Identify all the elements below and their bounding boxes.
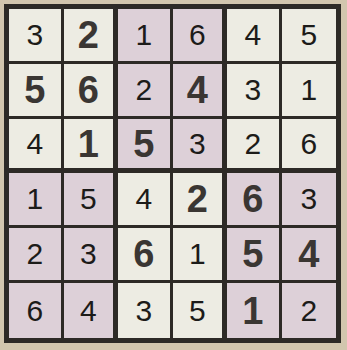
digit: 5 <box>133 125 154 163</box>
digit: 2 <box>187 180 208 218</box>
digit: 2 <box>135 75 152 105</box>
digit: 1 <box>26 184 43 214</box>
digit: 5 <box>242 235 263 273</box>
cell-r1c5[interactable]: 4 <box>227 9 282 64</box>
cell-r1c3[interactable]: 1 <box>118 9 173 64</box>
sudoku-board: 321645562431415326154263236154643512 <box>4 4 341 343</box>
cell-r4c2[interactable]: 5 <box>64 173 119 228</box>
cell-r6c1[interactable]: 6 <box>9 283 64 338</box>
digit: 2 <box>78 16 99 54</box>
cell-r6c6[interactable]: 2 <box>282 283 337 338</box>
digit: 2 <box>26 239 43 269</box>
cell-r6c4[interactable]: 5 <box>173 283 228 338</box>
digit: 4 <box>26 129 43 159</box>
digit: 1 <box>135 20 152 50</box>
digit: 4 <box>135 184 152 214</box>
cell-r3c1[interactable]: 4 <box>9 119 64 174</box>
digit: 6 <box>133 235 154 273</box>
cell-r3c4[interactable]: 3 <box>173 119 228 174</box>
cell-r4c6[interactable]: 3 <box>282 173 337 228</box>
cell-r1c2[interactable]: 2 <box>64 9 119 64</box>
page-background: 321645562431415326154263236154643512 <box>0 0 347 350</box>
digit: 6 <box>78 71 99 109</box>
digit: 5 <box>24 71 45 109</box>
digit: 6 <box>26 296 43 326</box>
cell-r2c4[interactable]: 4 <box>173 64 228 119</box>
digit: 3 <box>80 239 97 269</box>
cell-r2c1[interactable]: 5 <box>9 64 64 119</box>
cell-r4c1[interactable]: 1 <box>9 173 64 228</box>
digit: 3 <box>300 184 317 214</box>
cell-r6c2[interactable]: 4 <box>64 283 119 338</box>
cell-r1c6[interactable]: 5 <box>282 9 337 64</box>
cell-r4c3[interactable]: 4 <box>118 173 173 228</box>
cell-r2c2[interactable]: 6 <box>64 64 119 119</box>
cell-r1c1[interactable]: 3 <box>9 9 64 64</box>
cell-r3c3[interactable]: 5 <box>118 119 173 174</box>
cell-r4c5[interactable]: 6 <box>227 173 282 228</box>
cell-r2c3[interactable]: 2 <box>118 64 173 119</box>
digit: 3 <box>26 20 43 50</box>
cell-r2c5[interactable]: 3 <box>227 64 282 119</box>
digit: 4 <box>244 20 261 50</box>
digit: 2 <box>300 296 317 326</box>
digit: 3 <box>244 75 261 105</box>
cell-r2c6[interactable]: 1 <box>282 64 337 119</box>
digit: 1 <box>300 75 317 105</box>
cell-r5c5[interactable]: 5 <box>227 228 282 283</box>
digit: 4 <box>80 296 97 326</box>
digit: 5 <box>189 296 206 326</box>
cell-r3c2[interactable]: 1 <box>64 119 119 174</box>
cell-r5c4[interactable]: 1 <box>173 228 228 283</box>
cell-r1c4[interactable]: 6 <box>173 9 228 64</box>
digit: 6 <box>242 180 263 218</box>
cell-r6c3[interactable]: 3 <box>118 283 173 338</box>
digit: 2 <box>244 129 261 159</box>
digit: 1 <box>78 125 99 163</box>
digit: 3 <box>189 129 206 159</box>
cell-r6c5[interactable]: 1 <box>227 283 282 338</box>
cell-r5c2[interactable]: 3 <box>64 228 119 283</box>
cell-r5c3[interactable]: 6 <box>118 228 173 283</box>
cell-r5c1[interactable]: 2 <box>9 228 64 283</box>
digit: 1 <box>189 239 206 269</box>
cell-r5c6[interactable]: 4 <box>282 228 337 283</box>
digit: 6 <box>189 20 206 50</box>
digit: 1 <box>242 292 263 330</box>
digit: 5 <box>80 184 97 214</box>
digit: 6 <box>300 129 317 159</box>
cell-r3c6[interactable]: 6 <box>282 119 337 174</box>
cell-r4c4[interactable]: 2 <box>173 173 228 228</box>
digit: 4 <box>187 71 208 109</box>
digit: 3 <box>135 296 152 326</box>
cell-r3c5[interactable]: 2 <box>227 119 282 174</box>
digit: 4 <box>298 235 319 273</box>
digit: 5 <box>300 20 317 50</box>
